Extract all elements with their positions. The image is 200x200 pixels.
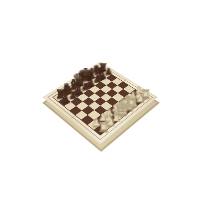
chess-board: ♜♞♝♛♚♝♞♜♟♟♟♟♟♟♟♟♟♟♟♟♟♟♟♟♜♞♝♛♚♝♞♜ (43, 62, 158, 145)
piece-black-pawn: ♟ (62, 95, 71, 104)
perspective-container: ♜♞♝♛♚♝♞♜♟♟♟♟♟♟♟♟♟♟♟♟♟♟♟♟♜♞♝♛♚♝♞♜ (32, 31, 168, 167)
chess-set-product-photo: ♜♞♝♛♚♝♞♜♟♟♟♟♟♟♟♟♟♟♟♟♟♟♟♟♜♞♝♛♚♝♞♜ (0, 0, 200, 200)
piece-white-rook: ♜ (97, 121, 109, 132)
pieces-layer: ♜♞♝♛♚♝♞♜♟♟♟♟♟♟♟♟♟♟♟♟♟♟♟♟♜♞♝♛♚♝♞♜ (52, 67, 148, 136)
scene: ♜♞♝♛♚♝♞♜♟♟♟♟♟♟♟♟♟♟♟♟♟♟♟♟♜♞♝♛♚♝♞♜ (32, 31, 168, 167)
